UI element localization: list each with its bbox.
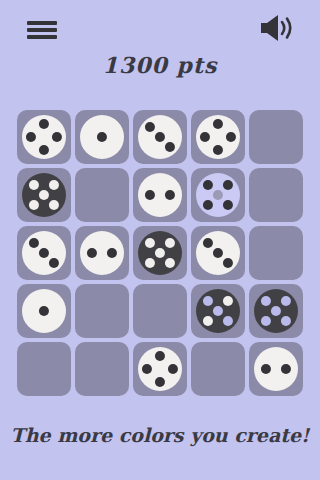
white-die-4[interactable] xyxy=(138,347,182,391)
die-pip xyxy=(49,180,59,190)
die-pip xyxy=(145,122,155,132)
die-pip xyxy=(281,316,291,326)
board-cell-r3c2[interactable] xyxy=(75,226,129,280)
board-cell-r3c1[interactable] xyxy=(17,226,71,280)
die-pip xyxy=(165,238,175,248)
die-pip xyxy=(213,119,223,129)
board-cell-r4c4[interactable] xyxy=(191,284,245,338)
die-pip xyxy=(155,351,165,361)
die-pip xyxy=(213,145,223,155)
die-pip xyxy=(49,258,59,268)
white-die-4[interactable] xyxy=(22,115,66,159)
die-pip xyxy=(39,190,49,200)
die-pip xyxy=(226,132,236,142)
board-cell-r4c1[interactable] xyxy=(17,284,71,338)
white-die-1[interactable] xyxy=(22,289,66,333)
white-die-2[interactable] xyxy=(80,231,124,275)
die-pip xyxy=(39,248,49,258)
sound-button[interactable] xyxy=(261,15,297,41)
board-cell-r3c4[interactable] xyxy=(191,226,245,280)
die-pip xyxy=(223,296,233,306)
board-cell-r3c3[interactable] xyxy=(133,226,187,280)
die-pip xyxy=(271,306,281,316)
white-die-2[interactable] xyxy=(138,173,182,217)
board-cell-r1c3[interactable] xyxy=(133,110,187,164)
board xyxy=(17,110,303,396)
dark-die-5[interactable] xyxy=(22,173,66,217)
white-die-3[interactable] xyxy=(22,231,66,275)
die-pip xyxy=(213,248,223,258)
board-cell-r1c2[interactable] xyxy=(75,110,129,164)
die-pip xyxy=(281,296,291,306)
die-pip xyxy=(203,296,213,306)
die-pip xyxy=(145,238,155,248)
board-cell-r3c5[interactable] xyxy=(249,226,303,280)
board-cell-r5c2[interactable] xyxy=(75,342,129,396)
speaker-on-icon xyxy=(261,29,297,44)
die-pip xyxy=(155,132,165,142)
dark-die-5[interactable] xyxy=(254,289,298,333)
die-pip xyxy=(155,377,165,387)
white-die-2[interactable] xyxy=(254,347,298,391)
die-pip xyxy=(26,132,36,142)
board-cell-r2c4[interactable] xyxy=(191,168,245,222)
die-pip xyxy=(49,200,59,210)
die-pip xyxy=(203,316,213,326)
die-pip xyxy=(203,238,213,248)
die-pip xyxy=(203,200,213,210)
die-pip xyxy=(87,248,97,258)
board-cell-r5c1[interactable] xyxy=(17,342,71,396)
die-pip xyxy=(168,364,178,374)
app-screen: 1300 pts The more colors you create! xyxy=(0,0,320,480)
die-pip xyxy=(39,119,49,129)
die-pip xyxy=(29,180,39,190)
die-pip xyxy=(165,258,175,268)
board-cell-r2c2[interactable] xyxy=(75,168,129,222)
die-pip xyxy=(142,364,152,374)
die-pip xyxy=(223,316,233,326)
board-cell-r2c5[interactable] xyxy=(249,168,303,222)
die-pip xyxy=(281,364,291,374)
die-pip xyxy=(165,190,175,200)
board-cell-r4c5[interactable] xyxy=(249,284,303,338)
dark-die-5[interactable] xyxy=(196,289,240,333)
die-pip xyxy=(145,258,155,268)
die-pip xyxy=(29,200,39,210)
white-die-3[interactable] xyxy=(196,231,240,275)
die-pip xyxy=(223,258,233,268)
board-cell-r2c1[interactable] xyxy=(17,168,71,222)
die-pip xyxy=(203,180,213,190)
board-cell-r1c5[interactable] xyxy=(249,110,303,164)
dark-die-5[interactable] xyxy=(138,231,182,275)
tagline-text: The more colors you create! xyxy=(0,424,320,446)
board-cell-r1c1[interactable] xyxy=(17,110,71,164)
die-pip xyxy=(213,306,223,316)
board-cell-r5c4[interactable] xyxy=(191,342,245,396)
die-pip xyxy=(200,132,210,142)
die-pip xyxy=(39,306,49,316)
die-pip xyxy=(29,238,39,248)
board-cell-r1c4[interactable] xyxy=(191,110,245,164)
board-cell-r4c3[interactable] xyxy=(133,284,187,338)
score-text: 1300 pts xyxy=(0,52,320,78)
die-pip xyxy=(261,364,271,374)
die-pip xyxy=(145,190,155,200)
board-cell-r2c3[interactable] xyxy=(133,168,187,222)
die-pip xyxy=(155,248,165,258)
white-die-4[interactable] xyxy=(196,115,240,159)
die-pip xyxy=(39,145,49,155)
die-pip xyxy=(261,316,271,326)
die-pip xyxy=(223,200,233,210)
menu-button[interactable] xyxy=(27,21,57,39)
die-pip xyxy=(97,132,107,142)
board-cell-r5c3[interactable] xyxy=(133,342,187,396)
die-pip xyxy=(107,248,117,258)
white-die-3[interactable] xyxy=(138,115,182,159)
die-pip xyxy=(261,296,271,306)
die-pip xyxy=(213,190,223,200)
die-pip xyxy=(165,142,175,152)
board-cell-r4c2[interactable] xyxy=(75,284,129,338)
die-pip xyxy=(223,180,233,190)
board-cell-r5c5[interactable] xyxy=(249,342,303,396)
lavender-die-5[interactable] xyxy=(196,173,240,217)
white-die-1[interactable] xyxy=(80,115,124,159)
die-pip xyxy=(52,132,62,142)
